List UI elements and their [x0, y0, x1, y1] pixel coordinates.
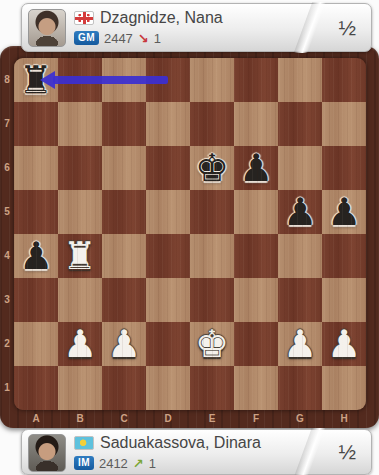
square-b7[interactable] [58, 102, 102, 146]
square-a1[interactable] [14, 366, 58, 410]
rank-label-1: 1 [0, 382, 14, 393]
player-info-bottom: Saduakassova, Dinara IM 2412 ↗ 1 [74, 433, 261, 471]
player-info-top: Dzagnidze, Nana GM 2447 ↘ 1 [74, 8, 223, 46]
board-squares: ♜♚♟♟♟♟♜♟♟♚♟♟ [14, 58, 366, 410]
square-b2[interactable]: ♟ [58, 322, 102, 366]
chess-board: ♜♚♟♟♟♟♜♟♟♚♟♟ 87654321ABCDEFGH [0, 46, 379, 428]
square-d6[interactable] [146, 146, 190, 190]
square-h4[interactable] [322, 234, 366, 278]
square-f2[interactable] [234, 322, 278, 366]
file-label-f: F [234, 413, 278, 424]
player-card-bottom[interactable]: Saduakassova, Dinara IM 2412 ↗ 1 ½ [21, 429, 372, 475]
square-e1[interactable] [190, 366, 234, 410]
square-c4[interactable] [102, 234, 146, 278]
square-f6[interactable]: ♟ [234, 146, 278, 190]
piece-white-king[interactable]: ♚ [190, 322, 234, 366]
square-g8[interactable] [278, 58, 322, 102]
square-c3[interactable] [102, 278, 146, 322]
square-e2[interactable]: ♚ [190, 322, 234, 366]
square-c7[interactable] [102, 102, 146, 146]
square-h1[interactable] [322, 366, 366, 410]
rank-label-2: 2 [0, 338, 14, 349]
square-g3[interactable] [278, 278, 322, 322]
rank-label-4: 4 [0, 250, 14, 261]
piece-black-pawn[interactable]: ♟ [278, 190, 322, 234]
square-g6[interactable] [278, 146, 322, 190]
rating-down-icon: ↘ [138, 31, 149, 46]
square-g1[interactable] [278, 366, 322, 410]
piece-white-pawn[interactable]: ♟ [322, 322, 366, 366]
square-e8[interactable] [190, 58, 234, 102]
square-a2[interactable] [14, 322, 58, 366]
square-h7[interactable] [322, 102, 366, 146]
player-rating: 2412 [99, 456, 128, 471]
player-name: Dzagnidze, Nana [100, 9, 223, 27]
square-f3[interactable] [234, 278, 278, 322]
square-a6[interactable] [14, 146, 58, 190]
file-label-d: D [146, 413, 190, 424]
square-c2[interactable]: ♟ [102, 322, 146, 366]
square-g4[interactable] [278, 234, 322, 278]
file-label-c: C [102, 413, 146, 424]
square-b4[interactable]: ♜ [58, 234, 102, 278]
square-d5[interactable] [146, 190, 190, 234]
square-a7[interactable] [14, 102, 58, 146]
score-divider [294, 428, 325, 475]
file-label-h: H [322, 413, 366, 424]
square-d7[interactable] [146, 102, 190, 146]
square-d3[interactable] [146, 278, 190, 322]
square-b1[interactable] [58, 366, 102, 410]
square-d4[interactable] [146, 234, 190, 278]
player-score: ½ [338, 440, 356, 464]
player-name: Saduakassova, Dinara [100, 434, 261, 452]
flag-georgia-icon [74, 11, 94, 25]
rating-change: 1 [154, 31, 161, 46]
square-f4[interactable] [234, 234, 278, 278]
square-e5[interactable] [190, 190, 234, 234]
square-b6[interactable] [58, 146, 102, 190]
square-c1[interactable] [102, 366, 146, 410]
square-a3[interactable] [14, 278, 58, 322]
file-label-a: A [14, 413, 58, 424]
square-f1[interactable] [234, 366, 278, 410]
square-a4[interactable]: ♟ [14, 234, 58, 278]
rating-up-icon: ↗ [133, 456, 144, 471]
square-f7[interactable] [234, 102, 278, 146]
piece-black-pawn[interactable]: ♟ [14, 234, 58, 278]
broadcast-game-widget: Dzagnidze, Nana GM 2447 ↘ 1 ½ ♜♚♟♟♟♟♜♟♟♚… [0, 0, 379, 475]
square-g5[interactable]: ♟ [278, 190, 322, 234]
square-h2[interactable]: ♟ [322, 322, 366, 366]
player-score: ½ [338, 16, 356, 40]
square-g7[interactable] [278, 102, 322, 146]
player-avatar-top [28, 9, 66, 47]
square-h3[interactable] [322, 278, 366, 322]
score-divider [294, 2, 327, 53]
square-h6[interactable] [322, 146, 366, 190]
rank-label-6: 6 [0, 162, 14, 173]
title-badge: IM [74, 456, 94, 470]
piece-black-pawn[interactable]: ♟ [234, 146, 278, 190]
square-c5[interactable] [102, 190, 146, 234]
square-f5[interactable] [234, 190, 278, 234]
file-label-g: G [278, 413, 322, 424]
square-a5[interactable] [14, 190, 58, 234]
square-e7[interactable] [190, 102, 234, 146]
square-e3[interactable] [190, 278, 234, 322]
rating-change: 1 [149, 456, 156, 471]
flag-kazakhstan-icon [74, 436, 94, 450]
rank-label-3: 3 [0, 294, 14, 305]
square-f8[interactable] [234, 58, 278, 102]
square-c6[interactable] [102, 146, 146, 190]
piece-black-king[interactable]: ♚ [190, 146, 234, 190]
square-h8[interactable] [322, 58, 366, 102]
player-card-top[interactable]: Dzagnidze, Nana GM 2447 ↘ 1 ½ [21, 3, 372, 52]
player-avatar-bottom [28, 434, 66, 472]
rank-label-8: 8 [0, 74, 14, 85]
square-b5[interactable] [58, 190, 102, 234]
player-rating: 2447 [104, 31, 133, 46]
piece-white-pawn[interactable]: ♟ [278, 322, 322, 366]
piece-white-rook[interactable]: ♜ [58, 234, 102, 278]
square-d1[interactable] [146, 366, 190, 410]
last-move-arrow-head [40, 71, 55, 89]
square-e6[interactable]: ♚ [190, 146, 234, 190]
rank-label-7: 7 [0, 118, 14, 129]
rank-label-5: 5 [0, 206, 14, 217]
last-move-arrow [53, 76, 168, 85]
square-d2[interactable] [146, 322, 190, 366]
file-label-b: B [58, 413, 102, 424]
piece-white-pawn[interactable]: ♟ [102, 322, 146, 366]
piece-black-pawn[interactable]: ♟ [322, 190, 366, 234]
square-g2[interactable]: ♟ [278, 322, 322, 366]
square-b3[interactable] [58, 278, 102, 322]
file-label-e: E [190, 413, 234, 424]
square-h5[interactable]: ♟ [322, 190, 366, 234]
piece-white-pawn[interactable]: ♟ [58, 322, 102, 366]
square-e4[interactable] [190, 234, 234, 278]
title-badge: GM [74, 31, 99, 45]
